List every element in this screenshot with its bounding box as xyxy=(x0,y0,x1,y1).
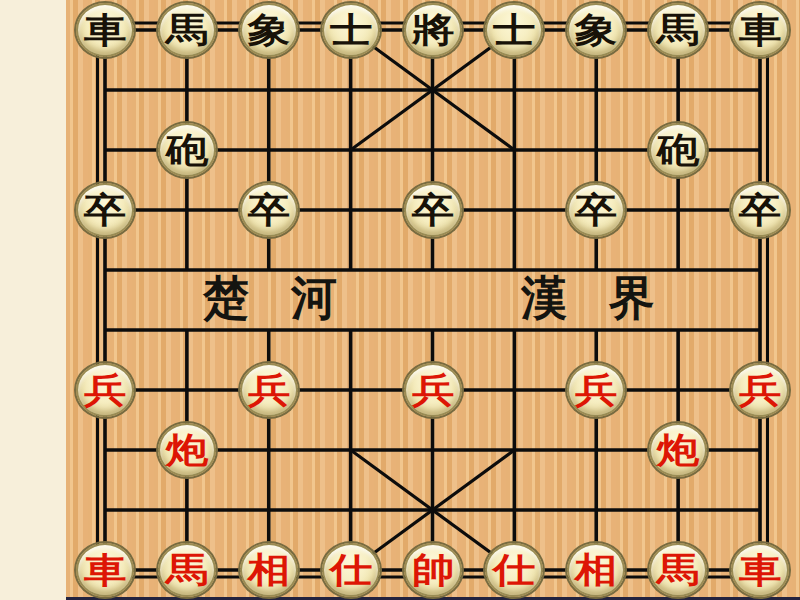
piece-glyph: 兵 xyxy=(575,373,618,408)
piece-black-soldier[interactable]: 卒 xyxy=(76,183,134,237)
piece-glyph: 馬 xyxy=(657,13,700,48)
river-label-han-jie: 漢 界 xyxy=(478,267,698,328)
piece-glyph: 仕 xyxy=(329,553,372,588)
piece-black-soldier[interactable]: 卒 xyxy=(240,183,298,237)
piece-black-soldier[interactable]: 卒 xyxy=(567,183,625,237)
piece-glyph: 仕 xyxy=(493,553,536,588)
piece-black-soldier[interactable]: 卒 xyxy=(731,183,789,237)
piece-glyph: 象 xyxy=(575,13,618,48)
piece-glyph: 士 xyxy=(329,13,372,48)
piece-red-horse[interactable]: 馬 xyxy=(158,543,216,597)
piece-red-cannon[interactable]: 炮 xyxy=(649,423,707,477)
piece-black-advisor[interactable]: 士 xyxy=(322,3,380,57)
piece-glyph: 砲 xyxy=(166,133,209,168)
piece-glyph: 炮 xyxy=(657,433,700,468)
piece-red-soldier[interactable]: 兵 xyxy=(240,363,298,417)
piece-glyph: 兵 xyxy=(411,373,454,408)
piece-glyph: 馬 xyxy=(657,553,700,588)
river-label-chu-he: 楚 河 xyxy=(160,267,380,328)
piece-red-soldier[interactable]: 兵 xyxy=(76,363,134,417)
piece-black-chariot[interactable]: 車 xyxy=(731,3,789,57)
xiangqi-app: 楚 河 漢 界 車馬象士將士象馬車砲砲卒卒卒卒卒兵兵兵兵兵炮炮車馬相仕帥仕相馬車 xyxy=(0,0,800,600)
piece-black-soldier[interactable]: 卒 xyxy=(404,183,462,237)
piece-glyph: 兵 xyxy=(739,373,782,408)
piece-black-elephant[interactable]: 象 xyxy=(240,3,298,57)
piece-glyph: 兵 xyxy=(247,373,290,408)
piece-black-horse[interactable]: 馬 xyxy=(158,3,216,57)
piece-black-general[interactable]: 將 xyxy=(404,3,462,57)
piece-red-elephant[interactable]: 相 xyxy=(567,543,625,597)
piece-glyph: 象 xyxy=(247,13,290,48)
piece-glyph: 卒 xyxy=(575,193,618,228)
piece-glyph: 砲 xyxy=(657,133,700,168)
piece-black-cannon[interactable]: 砲 xyxy=(158,123,216,177)
piece-glyph: 士 xyxy=(493,13,536,48)
piece-red-general[interactable]: 帥 xyxy=(404,543,462,597)
piece-red-advisor[interactable]: 仕 xyxy=(485,543,543,597)
piece-red-elephant[interactable]: 相 xyxy=(240,543,298,597)
piece-red-horse[interactable]: 馬 xyxy=(649,543,707,597)
piece-red-soldier[interactable]: 兵 xyxy=(567,363,625,417)
piece-glyph: 帥 xyxy=(411,553,454,588)
piece-glyph: 相 xyxy=(247,553,290,588)
piece-glyph: 車 xyxy=(739,553,782,588)
piece-glyph: 兵 xyxy=(84,373,127,408)
piece-glyph: 炮 xyxy=(166,433,209,468)
piece-black-advisor[interactable]: 士 xyxy=(485,3,543,57)
piece-red-soldier[interactable]: 兵 xyxy=(404,363,462,417)
piece-black-chariot[interactable]: 車 xyxy=(76,3,134,57)
piece-glyph: 卒 xyxy=(411,193,454,228)
piece-black-cannon[interactable]: 砲 xyxy=(649,123,707,177)
piece-glyph: 車 xyxy=(84,13,127,48)
piece-glyph: 相 xyxy=(575,553,618,588)
piece-red-chariot[interactable]: 車 xyxy=(76,543,134,597)
piece-red-chariot[interactable]: 車 xyxy=(731,543,789,597)
piece-glyph: 車 xyxy=(739,13,782,48)
piece-glyph: 卒 xyxy=(247,193,290,228)
piece-glyph: 將 xyxy=(411,13,454,48)
page-margin xyxy=(0,0,66,600)
piece-glyph: 車 xyxy=(84,553,127,588)
piece-red-advisor[interactable]: 仕 xyxy=(322,543,380,597)
piece-glyph: 馬 xyxy=(166,13,209,48)
piece-red-cannon[interactable]: 炮 xyxy=(158,423,216,477)
piece-glyph: 卒 xyxy=(739,193,782,228)
piece-glyph: 馬 xyxy=(166,553,209,588)
piece-black-elephant[interactable]: 象 xyxy=(567,3,625,57)
piece-black-horse[interactable]: 馬 xyxy=(649,3,707,57)
piece-red-soldier[interactable]: 兵 xyxy=(731,363,789,417)
piece-glyph: 卒 xyxy=(84,193,127,228)
